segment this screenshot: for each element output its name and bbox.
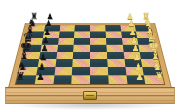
square[interactable] <box>90 67 108 75</box>
square[interactable] <box>72 67 90 75</box>
square[interactable] <box>55 59 73 67</box>
square[interactable] <box>90 38 106 45</box>
square[interactable] <box>90 52 107 59</box>
photo-canvas: ♜♞♝♛♚♝♞♜♟♟♟♟♟♟♟♟♟♟♟♟♟♟♟♟♜♞♝♛♚♝♞♜ <box>0 0 180 112</box>
square[interactable] <box>72 59 90 67</box>
square[interactable] <box>57 45 74 52</box>
square[interactable] <box>73 45 90 52</box>
square[interactable] <box>107 59 125 67</box>
square[interactable] <box>90 75 109 84</box>
piece-white-pawn[interactable]: ♟ <box>134 62 142 71</box>
piece-black-pawn[interactable]: ♟ <box>38 62 46 71</box>
square[interactable] <box>73 52 90 59</box>
square[interactable] <box>53 75 72 84</box>
drop-shadow <box>10 103 170 110</box>
square[interactable] <box>108 75 127 84</box>
square[interactable] <box>54 67 72 75</box>
square[interactable] <box>107 52 124 59</box>
piece-white-pawn[interactable]: ♟ <box>135 72 143 81</box>
piece-black-pawn[interactable]: ♟ <box>36 72 44 81</box>
piece-black-rook[interactable]: ♜ <box>16 71 25 81</box>
square[interactable] <box>108 67 126 75</box>
square[interactable] <box>106 38 123 45</box>
brass-latch-icon <box>83 91 97 100</box>
square[interactable] <box>58 38 75 45</box>
square[interactable] <box>90 45 107 52</box>
square[interactable] <box>74 38 90 45</box>
piece-white-rook[interactable]: ♜ <box>155 71 164 81</box>
square[interactable] <box>71 75 90 84</box>
square[interactable] <box>106 45 123 52</box>
square[interactable] <box>56 52 73 59</box>
box-front-panel <box>5 87 175 104</box>
square[interactable] <box>90 59 108 67</box>
